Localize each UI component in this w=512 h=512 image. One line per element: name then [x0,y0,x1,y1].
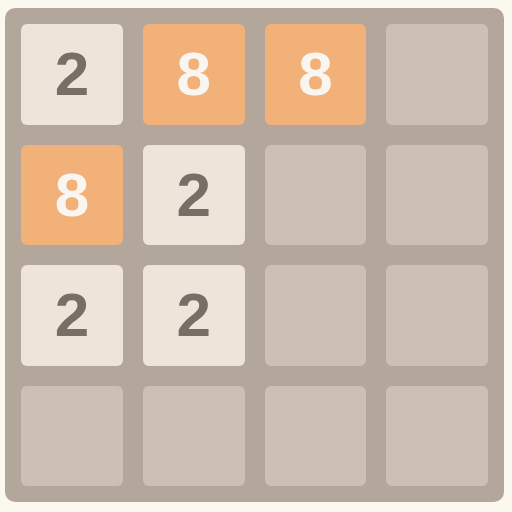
tile-r2c1: 8 [21,145,123,246]
tile-r1c3: 8 [265,24,367,125]
tile-r2c4 [386,145,488,246]
tile-r4c3 [265,386,367,487]
tile-r4c2 [143,386,245,487]
tile-r1c1: 2 [21,24,123,125]
tile-r3c3 [265,265,367,366]
game-board-2048[interactable]: 2 8 8 8 2 2 2 [5,8,504,502]
tile-r3c4 [386,265,488,366]
tile-r2c2: 2 [143,145,245,246]
tile-r1c4 [386,24,488,125]
tile-r4c4 [386,386,488,487]
tile-r2c3 [265,145,367,246]
tile-r1c2: 8 [143,24,245,125]
tile-r4c1 [21,386,123,487]
tile-r3c2: 2 [143,265,245,366]
tile-r3c1: 2 [21,265,123,366]
